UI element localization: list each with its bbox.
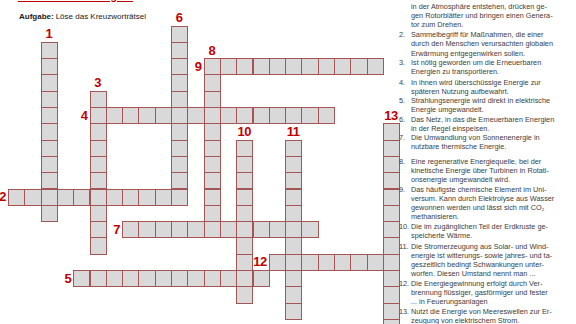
clue-13-text: Nutzt die Energie von Meereswellen zur E… (411, 307, 552, 324)
clue-3-text: Ist nötig geworden um die ErneuerbarenEn… (411, 58, 541, 77)
clue-12-number: 12. (399, 279, 409, 288)
clue-2-number: 2. (399, 30, 405, 39)
clue-7-number: 7. (399, 133, 405, 142)
clue-11-text: Die Stromerzeugung aus Solar- und Wind-e… (411, 242, 552, 279)
clue-1-text: in der Atmosphäre entstehen, drücken ge-… (411, 2, 553, 30)
clue-3-number: 3. (399, 58, 405, 67)
clue-9-number: 9. (399, 185, 405, 194)
clue-6-number: 6. (399, 115, 405, 124)
clue-8-number: 8. (399, 157, 405, 166)
clue-2-text: Sammelbegriff für Maßnahmen, die einerdu… (411, 30, 553, 58)
clue-8-text: Eine regenerative Energiequelle, bei der… (411, 157, 549, 185)
clue-6-text: Das Netz, in das die Erneuerbaren Energi… (411, 115, 554, 134)
clue-5-text: Strahlungsenergie wird direkt in elektri… (411, 96, 550, 115)
clue-7-text: Die Umwandlung von Sonnenenergie innutzb… (411, 133, 540, 152)
clue-10-text: Die im zugänglichen Teil der Erdkruste g… (411, 222, 548, 241)
clues-list: in der Atmosphäre entstehen, drücken ge-… (0, 0, 576, 324)
clue-13-number: 13. (399, 307, 409, 316)
clue-12-text: Die Energiegewinnung erfolgt durch Ver-b… (411, 279, 548, 307)
clue-11-number: 11. (399, 242, 409, 251)
clue-10-number: 10. (399, 222, 409, 231)
worksheet-page: Erneuerbare Energien Aufgabe:Löse das Kr… (0, 0, 576, 324)
clue-9-text: Das häufigste chemische Element im Uni-v… (411, 185, 554, 222)
clue-4-text: In ihnen wird überschüssige Energie zurs… (411, 78, 541, 97)
clue-5-number: 5. (399, 96, 405, 105)
clue-4-number: 4. (399, 78, 405, 87)
